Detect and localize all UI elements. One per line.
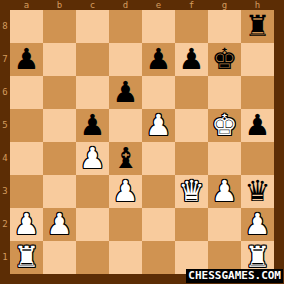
file-label-b: b [43,0,76,10]
square-c4[interactable]: ♟ [76,142,109,175]
piece-black-pawn[interactable]: ♟ [76,109,109,142]
piece-black-pawn[interactable]: ♟ [10,43,43,76]
square-b2[interactable]: ♟ [43,208,76,241]
file-label-c: c [76,0,109,10]
square-e3[interactable] [142,175,175,208]
square-g3[interactable]: ♟ [208,175,241,208]
piece-black-pawn[interactable]: ♟ [142,43,175,76]
piece-black-pawn[interactable]: ♟ [109,76,142,109]
rank-labels: 87654321 [0,10,10,274]
piece-black-pawn[interactable]: ♟ [175,43,208,76]
square-e8[interactable] [142,10,175,43]
square-b3[interactable] [43,175,76,208]
square-h3[interactable]: ♛ [241,175,274,208]
file-label-a: a [10,0,43,10]
piece-white-rook[interactable]: ♜ [10,241,43,274]
rank-label-8: 8 [0,10,10,43]
square-f8[interactable] [175,10,208,43]
piece-black-queen[interactable]: ♛ [241,175,274,208]
chess-board: ♜♟♟♟♚♟♟♟♚♟♟♝♟♛♟♛♟♟♟♜♜ [10,10,274,274]
file-label-e: e [142,0,175,10]
square-f6[interactable] [175,76,208,109]
square-e4[interactable] [142,142,175,175]
square-a1[interactable]: ♜ [10,241,43,274]
square-f5[interactable] [175,109,208,142]
square-d6[interactable]: ♟ [109,76,142,109]
square-e5[interactable]: ♟ [142,109,175,142]
square-h5[interactable]: ♟ [241,109,274,142]
square-e6[interactable] [142,76,175,109]
file-label-d: d [109,0,142,10]
square-a3[interactable] [10,175,43,208]
square-b6[interactable] [43,76,76,109]
square-c3[interactable] [76,175,109,208]
piece-white-queen[interactable]: ♛ [175,175,208,208]
rank-label-3: 3 [0,175,10,208]
piece-white-pawn[interactable]: ♟ [10,208,43,241]
file-labels: abcdefgh [10,0,274,10]
rank-label-6: 6 [0,76,10,109]
chess-board-frame: abcdefgh 87654321 ♜♟♟♟♚♟♟♟♚♟♟♝♟♛♟♛♟♟♟♜♜ … [0,0,284,284]
square-d2[interactable] [109,208,142,241]
piece-black-pawn[interactable]: ♟ [241,109,274,142]
square-g4[interactable] [208,142,241,175]
square-c7[interactable] [76,43,109,76]
rank-label-4: 4 [0,142,10,175]
square-c2[interactable] [76,208,109,241]
file-label-f: f [175,0,208,10]
square-f2[interactable] [175,208,208,241]
piece-white-pawn[interactable]: ♟ [241,208,274,241]
square-g7[interactable]: ♚ [208,43,241,76]
piece-white-king[interactable]: ♚ [208,109,241,142]
piece-white-pawn[interactable]: ♟ [208,175,241,208]
piece-white-pawn[interactable]: ♟ [76,142,109,175]
piece-white-pawn[interactable]: ♟ [142,109,175,142]
square-e2[interactable] [142,208,175,241]
rank-label-5: 5 [0,109,10,142]
piece-black-king[interactable]: ♚ [208,43,241,76]
square-c1[interactable] [76,241,109,274]
square-h6[interactable] [241,76,274,109]
square-h4[interactable] [241,142,274,175]
square-g2[interactable] [208,208,241,241]
square-b4[interactable] [43,142,76,175]
square-d5[interactable] [109,109,142,142]
rank-label-1: 1 [0,241,10,274]
rank-label-7: 7 [0,43,10,76]
square-d8[interactable] [109,10,142,43]
square-d7[interactable] [109,43,142,76]
square-c8[interactable] [76,10,109,43]
square-d3[interactable]: ♟ [109,175,142,208]
square-c5[interactable]: ♟ [76,109,109,142]
square-b5[interactable] [43,109,76,142]
watermark: CHESSGAMES.COM [186,269,283,283]
piece-black-rook[interactable]: ♜ [241,10,274,43]
file-label-g: g [208,0,241,10]
square-f4[interactable] [175,142,208,175]
square-a2[interactable]: ♟ [10,208,43,241]
rank-label-2: 2 [0,208,10,241]
square-d1[interactable] [109,241,142,274]
square-a4[interactable] [10,142,43,175]
square-g8[interactable] [208,10,241,43]
piece-white-pawn[interactable]: ♟ [43,208,76,241]
square-a7[interactable]: ♟ [10,43,43,76]
square-b1[interactable] [43,241,76,274]
square-e1[interactable] [142,241,175,274]
square-d4[interactable]: ♝ [109,142,142,175]
square-h8[interactable]: ♜ [241,10,274,43]
square-a6[interactable] [10,76,43,109]
square-f3[interactable]: ♛ [175,175,208,208]
square-c6[interactable] [76,76,109,109]
square-g5[interactable]: ♚ [208,109,241,142]
square-h2[interactable]: ♟ [241,208,274,241]
square-b7[interactable] [43,43,76,76]
square-b8[interactable] [43,10,76,43]
square-a8[interactable] [10,10,43,43]
piece-black-bishop[interactable]: ♝ [109,142,142,175]
square-h7[interactable] [241,43,274,76]
square-a5[interactable] [10,109,43,142]
square-e7[interactable]: ♟ [142,43,175,76]
piece-white-pawn[interactable]: ♟ [109,175,142,208]
square-g6[interactable] [208,76,241,109]
square-f7[interactable]: ♟ [175,43,208,76]
